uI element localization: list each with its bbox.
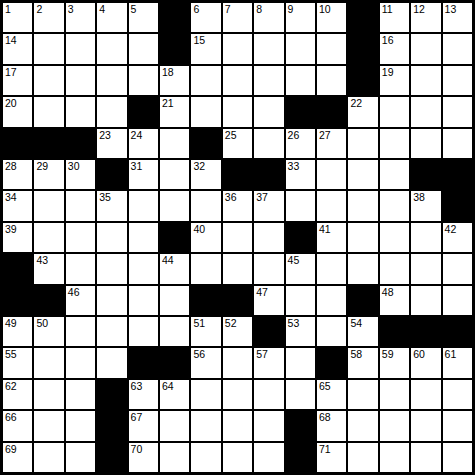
black-square: [3, 254, 32, 283]
crossword-cell[interactable]: [286, 286, 315, 315]
black-square: [380, 317, 409, 346]
crossword-cell[interactable]: 7: [223, 3, 252, 32]
black-square: [97, 443, 126, 472]
crossword-cell[interactable]: [34, 411, 63, 440]
crossword-cell[interactable]: 25: [223, 129, 252, 158]
crossword-cell[interactable]: 2: [34, 3, 63, 32]
crossword-cell[interactable]: 18: [160, 66, 189, 95]
clue-number: 1: [5, 3, 11, 15]
crossword-puzzle: 1234567891011121314151617181920212223242…: [0, 0, 475, 475]
crossword-cell[interactable]: [34, 380, 63, 409]
crossword-cell[interactable]: 52: [223, 317, 252, 346]
crossword-cell[interactable]: [254, 254, 283, 283]
clue-number: 41: [319, 223, 331, 235]
crossword-cell[interactable]: [348, 443, 377, 472]
crossword-cell[interactable]: 67: [129, 411, 158, 440]
clue-number: 18: [162, 66, 174, 78]
crossword-cell[interactable]: 63: [129, 380, 158, 409]
crossword-cell[interactable]: [254, 34, 283, 63]
clue-number: 32: [193, 160, 205, 172]
crossword-cell[interactable]: 58: [348, 348, 377, 377]
crossword-cell[interactable]: [66, 223, 95, 252]
crossword-cell[interactable]: [411, 254, 440, 283]
crossword-cell[interactable]: [34, 97, 63, 126]
crossword-cell[interactable]: 65: [317, 380, 346, 409]
crossword-cell[interactable]: [443, 129, 472, 158]
clue-number: 22: [350, 97, 362, 109]
black-square: [286, 223, 315, 252]
crossword-cell[interactable]: 64: [160, 380, 189, 409]
crossword-cell[interactable]: [223, 97, 252, 126]
crossword-cell[interactable]: [443, 380, 472, 409]
crossword-cell[interactable]: 9: [286, 3, 315, 32]
black-square: [160, 348, 189, 377]
clue-number: 37: [256, 191, 268, 203]
crossword-cell[interactable]: [191, 380, 220, 409]
clue-number: 43: [36, 254, 48, 266]
clue-number: 7: [225, 3, 231, 15]
crossword-cell[interactable]: [97, 34, 126, 63]
crossword-cell[interactable]: [97, 254, 126, 283]
crossword-cell[interactable]: [66, 254, 95, 283]
crossword-cell[interactable]: 39: [3, 223, 32, 252]
black-square: [317, 97, 346, 126]
crossword-cell[interactable]: [129, 66, 158, 95]
crossword-cell[interactable]: 32: [191, 160, 220, 189]
crossword-cell[interactable]: 24: [129, 129, 158, 158]
crossword-cell[interactable]: [160, 286, 189, 315]
black-square: [129, 97, 158, 126]
crossword-cell[interactable]: [348, 254, 377, 283]
crossword-cell[interactable]: [223, 411, 252, 440]
crossword-cell[interactable]: 35: [97, 191, 126, 220]
crossword-cell[interactable]: [191, 191, 220, 220]
crossword-cell[interactable]: [223, 254, 252, 283]
crossword-cell[interactable]: 69: [3, 443, 32, 472]
crossword-cell[interactable]: [34, 34, 63, 63]
crossword-cell[interactable]: [317, 286, 346, 315]
crossword-cell[interactable]: 68: [317, 411, 346, 440]
crossword-cell[interactable]: [66, 317, 95, 346]
crossword-cell[interactable]: 46: [66, 286, 95, 315]
crossword-cell[interactable]: [160, 191, 189, 220]
crossword-cell[interactable]: 4: [97, 3, 126, 32]
crossword-cell[interactable]: 33: [286, 160, 315, 189]
crossword-cell[interactable]: [411, 66, 440, 95]
clue-number: 68: [319, 411, 331, 423]
clue-number: 47: [256, 286, 268, 298]
clue-number: 19: [382, 66, 394, 78]
crossword-cell[interactable]: [66, 97, 95, 126]
crossword-cell[interactable]: 48: [380, 286, 409, 315]
crossword-cell[interactable]: 8: [254, 3, 283, 32]
crossword-cell[interactable]: [223, 348, 252, 377]
crossword-cell[interactable]: 45: [286, 254, 315, 283]
crossword-cell[interactable]: [348, 411, 377, 440]
black-square: [223, 286, 252, 315]
crossword-cell[interactable]: [411, 223, 440, 252]
crossword-cell[interactable]: [160, 160, 189, 189]
clue-number: 55: [5, 348, 17, 360]
crossword-cell[interactable]: 13: [443, 3, 472, 32]
crossword-cell[interactable]: [223, 34, 252, 63]
crossword-cell[interactable]: 10: [317, 3, 346, 32]
crossword-cell[interactable]: [443, 411, 472, 440]
black-square: [3, 129, 32, 158]
clue-number: 65: [319, 380, 331, 392]
crossword-cell[interactable]: [66, 191, 95, 220]
black-square: [348, 3, 377, 32]
clue-number: 12: [413, 3, 425, 15]
crossword-cell[interactable]: [129, 191, 158, 220]
crossword-cell[interactable]: [380, 191, 409, 220]
crossword-cell[interactable]: [129, 286, 158, 315]
crossword-cell[interactable]: [380, 380, 409, 409]
crossword-cell[interactable]: [411, 129, 440, 158]
crossword-cell[interactable]: [411, 380, 440, 409]
crossword-cell[interactable]: [317, 66, 346, 95]
crossword-cell[interactable]: 71: [317, 443, 346, 472]
clue-number: 3: [68, 3, 74, 15]
clue-number: 67: [131, 411, 143, 423]
crossword-cell[interactable]: [34, 191, 63, 220]
black-square: [129, 348, 158, 377]
crossword-cell[interactable]: 5: [129, 3, 158, 32]
clue-number: 30: [68, 160, 80, 172]
crossword-cell[interactable]: 20: [3, 97, 32, 126]
crossword-cell[interactable]: [286, 34, 315, 63]
crossword-cell[interactable]: 47: [254, 286, 283, 315]
clue-number: 64: [162, 380, 174, 392]
clue-number: 6: [193, 3, 199, 15]
crossword-cell[interactable]: [34, 223, 63, 252]
crossword-cell[interactable]: [443, 66, 472, 95]
crossword-cell[interactable]: 51: [191, 317, 220, 346]
crossword-cell[interactable]: [129, 34, 158, 63]
crossword-cell[interactable]: [317, 160, 346, 189]
clue-number: 27: [319, 129, 331, 141]
crossword-cell[interactable]: 42: [443, 223, 472, 252]
clue-number: 26: [288, 129, 300, 141]
crossword-cell[interactable]: [254, 443, 283, 472]
crossword-cell[interactable]: [160, 411, 189, 440]
crossword-cell[interactable]: [97, 66, 126, 95]
crossword-cell[interactable]: [34, 66, 63, 95]
crossword-cell[interactable]: [191, 411, 220, 440]
crossword-cell[interactable]: 22: [348, 97, 377, 126]
crossword-cell[interactable]: 43: [34, 254, 63, 283]
crossword-cell[interactable]: [317, 254, 346, 283]
crossword-cell[interactable]: [380, 254, 409, 283]
clue-number: 57: [256, 348, 268, 360]
clue-number: 59: [382, 348, 394, 360]
crossword-cell[interactable]: 1: [3, 3, 32, 32]
crossword-cell[interactable]: 16: [380, 34, 409, 63]
clue-number: 34: [5, 191, 17, 203]
crossword-cell[interactable]: [66, 66, 95, 95]
crossword-cell[interactable]: [97, 348, 126, 377]
black-square: [160, 3, 189, 32]
crossword-cell[interactable]: 57: [254, 348, 283, 377]
clue-number: 25: [225, 129, 237, 141]
black-square: [34, 286, 63, 315]
clue-number: 54: [350, 317, 362, 329]
crossword-cell[interactable]: [380, 160, 409, 189]
crossword-cell[interactable]: [348, 191, 377, 220]
crossword-cell[interactable]: [317, 191, 346, 220]
clue-number: 45: [288, 254, 300, 266]
crossword-cell[interactable]: [160, 317, 189, 346]
crossword-cell[interactable]: 62: [3, 380, 32, 409]
black-square: [443, 160, 472, 189]
black-square: [34, 129, 63, 158]
crossword-cell[interactable]: [443, 34, 472, 63]
clue-number: 9: [288, 3, 294, 15]
clue-number: 29: [36, 160, 48, 172]
clue-number: 8: [256, 3, 262, 15]
black-square: [223, 160, 252, 189]
crossword-cell[interactable]: [348, 223, 377, 252]
crossword-cell[interactable]: 19: [380, 66, 409, 95]
clue-number: 61: [445, 348, 457, 360]
clue-number: 53: [288, 317, 300, 329]
clue-number: 31: [131, 160, 143, 172]
clue-number: 56: [193, 348, 205, 360]
crossword-cell[interactable]: 61: [443, 348, 472, 377]
crossword-cell[interactable]: 15: [191, 34, 220, 63]
black-square: [411, 160, 440, 189]
crossword-cell[interactable]: [129, 317, 158, 346]
black-square: [443, 317, 472, 346]
black-square: [160, 34, 189, 63]
black-square: [348, 286, 377, 315]
clue-number: 16: [382, 34, 394, 46]
crossword-cell[interactable]: 56: [191, 348, 220, 377]
crossword-cell[interactable]: [66, 443, 95, 472]
crossword-cell[interactable]: [191, 66, 220, 95]
crossword-cell[interactable]: [66, 34, 95, 63]
clue-number: 28: [5, 160, 17, 172]
crossword-cell[interactable]: [348, 380, 377, 409]
crossword-cell[interactable]: [286, 191, 315, 220]
clue-number: 24: [131, 129, 143, 141]
crossword-cell[interactable]: [129, 223, 158, 252]
clue-number: 60: [413, 348, 425, 360]
crossword-cell[interactable]: [191, 97, 220, 126]
clue-number: 36: [225, 191, 237, 203]
crossword-cell[interactable]: 60: [411, 348, 440, 377]
clue-number: 10: [319, 3, 331, 15]
crossword-cell[interactable]: [254, 223, 283, 252]
clue-number: 50: [36, 317, 48, 329]
crossword-cell[interactable]: 41: [317, 223, 346, 252]
crossword-cell[interactable]: [223, 443, 252, 472]
clue-number: 52: [225, 317, 237, 329]
crossword-cell[interactable]: [254, 97, 283, 126]
crossword-cell[interactable]: [223, 223, 252, 252]
crossword-cell[interactable]: [411, 443, 440, 472]
clue-number: 63: [131, 380, 143, 392]
crossword-cell[interactable]: 50: [34, 317, 63, 346]
crossword-cell[interactable]: [191, 443, 220, 472]
crossword-cell[interactable]: [254, 66, 283, 95]
crossword-cell[interactable]: [380, 129, 409, 158]
crossword-cell[interactable]: [254, 411, 283, 440]
black-square: [97, 411, 126, 440]
crossword-cell[interactable]: [223, 66, 252, 95]
black-square: [66, 129, 95, 158]
crossword-cell[interactable]: [443, 97, 472, 126]
crossword-cell[interactable]: [411, 411, 440, 440]
crossword-grid: 1234567891011121314151617181920212223242…: [0, 0, 475, 475]
clue-number: 46: [68, 286, 80, 298]
crossword-cell[interactable]: [443, 286, 472, 315]
crossword-cell[interactable]: 38: [411, 191, 440, 220]
crossword-cell[interactable]: 34: [3, 191, 32, 220]
clue-number: 42: [445, 223, 457, 235]
black-square: [348, 34, 377, 63]
black-square: [411, 317, 440, 346]
crossword-cell[interactable]: [411, 286, 440, 315]
crossword-cell[interactable]: [317, 317, 346, 346]
clue-number: 23: [99, 129, 111, 141]
clue-number: 49: [5, 317, 17, 329]
crossword-cell[interactable]: 14: [3, 34, 32, 63]
black-square: [286, 411, 315, 440]
crossword-cell[interactable]: 12: [411, 3, 440, 32]
crossword-cell[interactable]: [97, 286, 126, 315]
crossword-cell[interactable]: 70: [129, 443, 158, 472]
crossword-cell[interactable]: [286, 348, 315, 377]
clue-number: 33: [288, 160, 300, 172]
crossword-cell[interactable]: [286, 66, 315, 95]
black-square: [191, 286, 220, 315]
crossword-cell[interactable]: 28: [3, 160, 32, 189]
black-square: [254, 317, 283, 346]
clue-number: 44: [162, 254, 174, 266]
crossword-cell[interactable]: [97, 317, 126, 346]
crossword-cell[interactable]: [160, 129, 189, 158]
black-square: [191, 129, 220, 158]
crossword-cell[interactable]: [66, 380, 95, 409]
clue-number: 5: [131, 3, 137, 15]
crossword-cell[interactable]: [380, 443, 409, 472]
crossword-cell[interactable]: 31: [129, 160, 158, 189]
crossword-cell[interactable]: [66, 348, 95, 377]
clue-number: 71: [319, 443, 331, 455]
crossword-cell[interactable]: [254, 380, 283, 409]
crossword-cell[interactable]: [66, 411, 95, 440]
black-square: [97, 380, 126, 409]
crossword-cell[interactable]: 3: [66, 3, 95, 32]
crossword-cell[interactable]: 49: [3, 317, 32, 346]
crossword-cell[interactable]: [191, 254, 220, 283]
crossword-cell[interactable]: [380, 223, 409, 252]
clue-number: 11: [382, 3, 393, 15]
crossword-cell[interactable]: [286, 380, 315, 409]
clue-number: 38: [413, 191, 425, 203]
black-square: [3, 286, 32, 315]
black-square: [443, 191, 472, 220]
crossword-cell[interactable]: [348, 160, 377, 189]
clue-number: 69: [5, 443, 17, 455]
crossword-cell[interactable]: 66: [3, 411, 32, 440]
black-square: [286, 97, 315, 126]
crossword-cell[interactable]: 59: [380, 348, 409, 377]
crossword-cell[interactable]: 27: [317, 129, 346, 158]
crossword-cell[interactable]: 54: [348, 317, 377, 346]
crossword-cell[interactable]: 23: [97, 129, 126, 158]
clue-number: 58: [350, 348, 362, 360]
crossword-cell[interactable]: 11: [380, 3, 409, 32]
clue-number: 2: [36, 3, 42, 15]
crossword-cell[interactable]: 17: [3, 66, 32, 95]
crossword-cell[interactable]: [443, 254, 472, 283]
clue-number: 51: [193, 317, 205, 329]
clue-number: 13: [445, 3, 457, 15]
clue-number: 62: [5, 380, 17, 392]
crossword-cell[interactable]: [97, 223, 126, 252]
crossword-cell[interactable]: 30: [66, 160, 95, 189]
black-square: [286, 443, 315, 472]
crossword-cell[interactable]: 40: [191, 223, 220, 252]
clue-number: 14: [5, 34, 17, 46]
crossword-cell[interactable]: [380, 411, 409, 440]
crossword-cell[interactable]: [348, 129, 377, 158]
crossword-cell[interactable]: [34, 348, 63, 377]
black-square: [317, 348, 346, 377]
clue-number: 70: [131, 443, 143, 455]
crossword-cell[interactable]: 21: [160, 97, 189, 126]
crossword-cell[interactable]: [34, 443, 63, 472]
crossword-cell[interactable]: [129, 254, 158, 283]
crossword-cell[interactable]: 26: [286, 129, 315, 158]
crossword-cell[interactable]: [97, 97, 126, 126]
crossword-cell[interactable]: 55: [3, 348, 32, 377]
crossword-cell[interactable]: 53: [286, 317, 315, 346]
crossword-cell[interactable]: [411, 34, 440, 63]
crossword-cell[interactable]: [317, 34, 346, 63]
clue-number: 20: [5, 97, 17, 109]
clue-number: 40: [193, 223, 205, 235]
clue-number: 39: [5, 223, 17, 235]
crossword-cell[interactable]: [380, 97, 409, 126]
crossword-cell[interactable]: 36: [223, 191, 252, 220]
black-square: [160, 223, 189, 252]
clue-number: 21: [162, 97, 174, 109]
crossword-cell[interactable]: [443, 443, 472, 472]
clue-number: 48: [382, 286, 394, 298]
clue-number: 15: [193, 34, 205, 46]
crossword-cell[interactable]: 6: [191, 3, 220, 32]
black-square: [254, 160, 283, 189]
crossword-cell[interactable]: 37: [254, 191, 283, 220]
black-square: [348, 66, 377, 95]
crossword-cell[interactable]: 29: [34, 160, 63, 189]
clue-number: 35: [99, 191, 111, 203]
crossword-cell[interactable]: [160, 443, 189, 472]
crossword-cell[interactable]: [223, 380, 252, 409]
crossword-cell[interactable]: [411, 97, 440, 126]
crossword-cell[interactable]: [254, 129, 283, 158]
clue-number: 4: [99, 3, 105, 15]
clue-number: 66: [5, 411, 17, 423]
clue-number: 17: [5, 66, 17, 78]
crossword-cell[interactable]: 44: [160, 254, 189, 283]
black-square: [97, 160, 126, 189]
